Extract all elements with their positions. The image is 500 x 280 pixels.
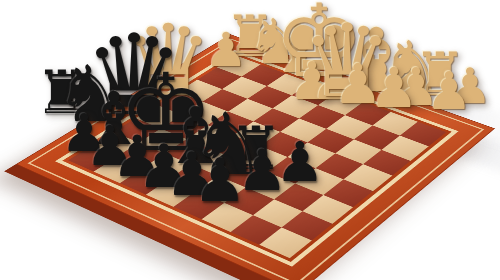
- chess-set-product-photo: ♜♟♞♝♚♞♜♝♟♟♛♛♟♟♟♟♟♜♛♞♝♟♚♝♟♜♞♟♟♟♟♟♟: [0, 0, 500, 280]
- piece-black-rook: ♜: [35, 62, 89, 122]
